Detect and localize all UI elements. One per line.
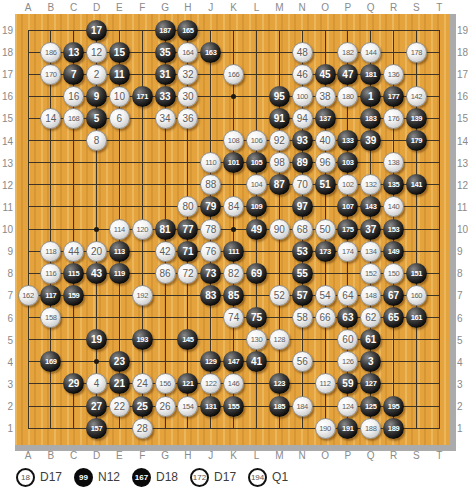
grid-line-vertical — [439, 30, 440, 428]
black-stone[interactable]: 115 — [63, 263, 84, 284]
move-number: 76 — [205, 246, 216, 257]
move-number: 33 — [160, 91, 171, 102]
row-label: 12 — [0, 179, 13, 192]
move-number: 77 — [182, 224, 193, 235]
black-stone[interactable]: 125 — [360, 396, 381, 417]
black-stone[interactable]: 69 — [246, 263, 267, 284]
black-stone[interactable]: 161 — [406, 307, 427, 328]
row-label: 5 — [457, 334, 468, 347]
white-stone[interactable]: 76 — [200, 241, 221, 262]
move-number: 131 — [205, 402, 217, 411]
caption-move-number: 167 — [135, 473, 148, 482]
white-stone[interactable]: 136 — [383, 64, 404, 85]
white-stone[interactable]: 48 — [292, 42, 313, 63]
black-stone[interactable]: 193 — [132, 329, 153, 350]
move-number: 13 — [68, 47, 79, 58]
move-number: 68 — [297, 224, 308, 235]
black-stone[interactable]: 175 — [337, 219, 358, 240]
row-label: 1 — [0, 422, 13, 435]
row-label: 3 — [457, 378, 468, 391]
column-label: F — [133, 1, 151, 14]
move-number: 42 — [160, 246, 171, 257]
move-number: 112 — [320, 379, 331, 388]
move-number: 108 — [228, 136, 240, 145]
black-stone[interactable]: 9 — [86, 86, 107, 107]
move-number: 129 — [205, 357, 217, 366]
black-stone[interactable]: 65 — [383, 307, 404, 328]
move-number: 82 — [228, 268, 239, 279]
move-number: 130 — [251, 335, 263, 344]
row-label: 9 — [0, 245, 13, 258]
move-number: 25 — [137, 401, 148, 412]
white-stone[interactable]: 166 — [223, 64, 244, 85]
white-stone[interactable]: 54 — [315, 285, 336, 306]
move-number: 79 — [205, 201, 216, 212]
white-stone[interactable]: 16 — [63, 86, 84, 107]
white-stone[interactable]: 114 — [109, 219, 130, 240]
column-label: C — [65, 449, 83, 462]
move-number: 94 — [297, 113, 308, 124]
move-number: 104 — [251, 180, 263, 189]
column-label: D — [88, 1, 106, 14]
white-stone[interactable]: 38 — [315, 86, 336, 107]
row-label: 11 — [457, 201, 468, 214]
black-stone[interactable]: 53 — [292, 241, 313, 262]
move-number: 59 — [342, 378, 353, 389]
white-stone[interactable]: 98 — [269, 152, 290, 173]
move-number: 97 — [297, 201, 308, 212]
white-stone[interactable]: 170 — [40, 64, 61, 85]
black-stone[interactable]: 15 — [109, 42, 130, 63]
white-stone[interactable]: 42 — [155, 241, 176, 262]
move-number: 192 — [136, 291, 148, 300]
move-number: 128 — [274, 335, 286, 344]
row-label: 14 — [0, 135, 13, 148]
white-stone[interactable]: 152 — [360, 263, 381, 284]
move-number: 41 — [251, 356, 262, 367]
white-stone[interactable]: 142 — [406, 86, 427, 107]
star-point — [231, 94, 236, 99]
move-number: 23 — [114, 356, 125, 367]
black-stone[interactable]: 55 — [292, 263, 313, 284]
white-stone[interactable]: 154 — [177, 396, 198, 417]
black-stone[interactable]: 43 — [86, 263, 107, 284]
column-label: G — [156, 449, 174, 462]
move-number: 31 — [160, 69, 171, 80]
move-number: 70 — [297, 179, 308, 190]
move-number: 109 — [251, 202, 263, 211]
black-stone[interactable]: 17 — [86, 20, 107, 41]
column-label: Q — [362, 1, 380, 14]
black-stone[interactable]: 75 — [246, 307, 267, 328]
black-stone[interactable]: 153 — [383, 219, 404, 240]
black-stone[interactable]: 93 — [292, 130, 313, 151]
black-stone[interactable]: 47 — [337, 64, 358, 85]
black-stone[interactable]: 37 — [360, 219, 381, 240]
black-stone[interactable]: 71 — [177, 241, 198, 262]
black-stone[interactable]: 113 — [109, 241, 130, 262]
white-stone[interactable]: 96 — [315, 152, 336, 173]
black-stone[interactable]: 151 — [406, 263, 427, 284]
black-stone[interactable]: 163 — [200, 42, 221, 63]
white-stone[interactable]: 66 — [315, 307, 336, 328]
black-stone[interactable]: 139 — [406, 108, 427, 129]
white-stone[interactable]: 92 — [269, 130, 290, 151]
white-stone[interactable]: 28 — [132, 418, 153, 439]
black-stone[interactable]: 57 — [292, 285, 313, 306]
black-stone[interactable]: 33 — [155, 86, 176, 107]
white-stone[interactable]: 160 — [406, 285, 427, 306]
black-stone[interactable]: 185 — [269, 396, 290, 417]
move-number: 142 — [411, 92, 423, 101]
move-number: 74 — [228, 312, 239, 323]
white-stone[interactable]: 46 — [292, 64, 313, 85]
black-stone[interactable]: 73 — [200, 263, 221, 284]
column-label: J — [202, 449, 220, 462]
move-number: 19 — [91, 334, 102, 345]
move-number: 176 — [388, 114, 400, 123]
move-number: 57 — [297, 290, 308, 301]
white-stone[interactable]: 150 — [383, 263, 404, 284]
move-number: 75 — [251, 312, 262, 323]
move-number: 137 — [319, 114, 331, 123]
move-number: 165 — [182, 26, 194, 35]
black-stone[interactable]: 81 — [155, 219, 176, 240]
caption-point-label: D17 — [40, 470, 62, 484]
white-stone[interactable]: 174 — [337, 241, 358, 262]
caption-white-stone: 194 — [248, 468, 267, 487]
move-number: 38 — [319, 91, 330, 102]
move-number: 88 — [205, 179, 216, 190]
column-label: M — [270, 1, 288, 14]
move-number: 173 — [319, 247, 331, 256]
column-label: A — [19, 449, 37, 462]
move-number: 151 — [411, 269, 423, 278]
move-number: 146 — [228, 379, 240, 388]
white-stone[interactable]: 44 — [63, 241, 84, 262]
column-label: B — [42, 449, 60, 462]
move-number: 92 — [274, 135, 285, 146]
move-number: 145 — [182, 335, 194, 344]
black-stone[interactable]: 165 — [177, 20, 198, 41]
black-stone[interactable]: 155 — [223, 396, 244, 417]
white-stone[interactable]: 144 — [360, 42, 381, 63]
row-label: 13 — [457, 157, 468, 170]
move-number: 29 — [68, 378, 79, 389]
move-number: 121 — [182, 379, 194, 388]
move-number: 193 — [136, 335, 148, 344]
caption-white-stone: 18 — [16, 468, 35, 487]
black-stone[interactable]: 195 — [383, 396, 404, 417]
column-label: R — [385, 1, 403, 14]
white-stone[interactable]: 94 — [292, 108, 313, 129]
move-number: 48 — [297, 47, 308, 58]
black-stone[interactable]: 119 — [109, 263, 130, 284]
column-label: S — [407, 1, 425, 14]
move-number: 189 — [388, 424, 400, 433]
row-label: 8 — [457, 267, 468, 280]
star-point — [94, 227, 99, 232]
caption-move-number: 99 — [79, 473, 88, 482]
move-number: 138 — [388, 158, 400, 167]
black-stone[interactable]: 179 — [406, 130, 427, 151]
move-number: 10 — [114, 91, 125, 102]
move-number: 78 — [205, 224, 216, 235]
column-label: Q — [362, 449, 380, 462]
move-number: 2 — [94, 69, 100, 80]
move-number: 9 — [94, 91, 100, 102]
white-stone[interactable]: 6 — [109, 108, 130, 129]
move-number: 95 — [274, 91, 285, 102]
caption-black-stone: 167 — [132, 468, 151, 487]
black-stone[interactable]: 13 — [63, 42, 84, 63]
white-stone[interactable]: 162 — [18, 285, 39, 306]
black-stone[interactable]: 95 — [269, 86, 290, 107]
black-stone[interactable]: 31 — [155, 64, 176, 85]
white-stone[interactable]: 176 — [383, 108, 404, 129]
move-number: 134 — [365, 247, 377, 256]
move-number: 140 — [388, 202, 400, 211]
white-stone[interactable]: 82 — [223, 263, 244, 284]
black-stone[interactable]: 11 — [109, 64, 130, 85]
column-label: J — [202, 1, 220, 14]
black-stone[interactable]: 5 — [86, 108, 107, 129]
caption-point-label: Q1 — [272, 470, 288, 484]
move-number: 96 — [319, 157, 330, 168]
row-label: 8 — [0, 267, 13, 280]
white-stone[interactable]: 34 — [155, 108, 176, 129]
black-stone[interactable]: 131 — [200, 396, 221, 417]
move-number: 157 — [91, 424, 103, 433]
move-number: 53 — [297, 246, 308, 257]
move-number: 16 — [68, 91, 79, 102]
move-number: 43 — [91, 268, 102, 279]
white-stone[interactable]: 56 — [292, 351, 313, 372]
column-label: T — [430, 1, 448, 14]
move-number: 169 — [45, 357, 57, 366]
column-label: L — [248, 449, 266, 462]
move-number: 106 — [251, 136, 263, 145]
move-number: 1 — [368, 91, 374, 102]
move-number: 47 — [342, 69, 353, 80]
column-label: K — [225, 1, 243, 14]
white-stone[interactable]: 58 — [292, 307, 313, 328]
move-number: 170 — [45, 70, 57, 79]
move-number: 125 — [365, 402, 377, 411]
move-number: 181 — [365, 70, 377, 79]
move-number: 80 — [182, 201, 193, 212]
move-number: 54 — [319, 290, 330, 301]
move-number: 3 — [368, 356, 374, 367]
black-stone[interactable]: 173 — [315, 241, 336, 262]
black-stone[interactable]: 49 — [246, 219, 267, 240]
black-stone[interactable]: 191 — [337, 418, 358, 439]
column-label: P — [339, 449, 357, 462]
move-number: 7 — [71, 69, 77, 80]
move-number: 50 — [319, 224, 330, 235]
column-label: L — [248, 1, 266, 14]
white-stone[interactable]: 134 — [360, 241, 381, 262]
move-number: 155 — [228, 402, 240, 411]
black-stone[interactable]: 89 — [292, 152, 313, 173]
move-number: 174 — [342, 247, 354, 256]
row-label: 2 — [0, 400, 13, 413]
white-stone[interactable]: 124 — [337, 396, 358, 417]
black-stone[interactable]: 157 — [86, 418, 107, 439]
white-stone[interactable]: 68 — [292, 219, 313, 240]
black-stone[interactable]: 97 — [292, 196, 313, 217]
black-stone[interactable]: 35 — [155, 42, 176, 63]
white-stone[interactable]: 178 — [406, 42, 427, 63]
move-number: 132 — [365, 180, 377, 189]
white-stone[interactable]: 86 — [155, 263, 176, 284]
move-number: 136 — [388, 70, 400, 79]
black-stone[interactable]: 159 — [63, 285, 84, 306]
white-stone[interactable]: 2 — [86, 64, 107, 85]
move-number: 51 — [319, 179, 330, 190]
black-stone[interactable]: 189 — [383, 418, 404, 439]
move-number: 93 — [297, 135, 308, 146]
white-stone[interactable]: 8 — [86, 130, 107, 151]
black-stone[interactable]: 181 — [360, 64, 381, 85]
black-stone[interactable]: 67 — [383, 285, 404, 306]
move-number: 111 — [228, 247, 239, 256]
black-stone[interactable]: 1 — [360, 86, 381, 107]
move-number: 73 — [205, 268, 216, 279]
move-number: 91 — [274, 113, 285, 124]
move-number: 116 — [45, 269, 56, 278]
move-number: 34 — [160, 113, 171, 124]
white-stone[interactable]: 186 — [40, 42, 61, 63]
white-stone[interactable]: 182 — [337, 42, 358, 63]
white-stone[interactable]: 100 — [292, 86, 313, 107]
white-stone[interactable]: 50 — [315, 219, 336, 240]
move-number: 171 — [136, 92, 148, 101]
white-stone[interactable]: 26 — [155, 396, 176, 417]
white-stone[interactable]: 70 — [292, 174, 313, 195]
column-label: N — [293, 449, 311, 462]
black-stone[interactable]: 85 — [223, 285, 244, 306]
white-stone[interactable]: 10 — [109, 86, 130, 107]
move-number: 191 — [342, 424, 354, 433]
move-number: 49 — [251, 224, 262, 235]
move-number: 178 — [411, 48, 423, 57]
move-number: 149 — [388, 247, 400, 256]
column-label: P — [339, 1, 357, 14]
white-stone[interactable]: 78 — [200, 219, 221, 240]
row-label: 13 — [0, 157, 13, 170]
move-number: 11 — [114, 69, 125, 80]
white-stone[interactable]: 190 — [315, 418, 336, 439]
black-stone[interactable]: 171 — [132, 86, 153, 107]
white-stone[interactable]: 156 — [155, 373, 176, 394]
move-number: 164 — [182, 48, 194, 57]
column-label: O — [316, 449, 334, 462]
row-label: 10 — [457, 223, 468, 236]
move-number: 8 — [94, 135, 100, 146]
white-stone[interactable]: 118 — [40, 241, 61, 262]
white-stone[interactable]: 106 — [246, 130, 267, 151]
white-stone[interactable]: 128 — [269, 329, 290, 350]
column-label: T — [430, 449, 448, 462]
move-number: 100 — [296, 92, 308, 101]
row-label: 3 — [0, 378, 13, 391]
move-number: 28 — [137, 423, 148, 434]
black-stone[interactable]: 7 — [63, 64, 84, 85]
caption-move-number: 172 — [193, 473, 206, 482]
white-stone[interactable]: 112 — [315, 373, 336, 394]
move-number: 27 — [91, 401, 102, 412]
move-number: 154 — [182, 402, 194, 411]
black-stone[interactable]: 111 — [223, 241, 244, 262]
move-number: 30 — [182, 91, 193, 102]
move-number: 148 — [365, 291, 377, 300]
move-number: 166 — [228, 70, 240, 79]
move-number: 187 — [159, 26, 171, 35]
black-stone[interactable]: 27 — [86, 396, 107, 417]
move-number: 15 — [114, 47, 125, 58]
black-stone[interactable]: 149 — [383, 241, 404, 262]
black-stone[interactable]: 25 — [132, 396, 153, 417]
column-label: H — [179, 449, 197, 462]
black-stone[interactable]: 77 — [177, 219, 198, 240]
move-number: 66 — [319, 312, 330, 323]
move-number: 175 — [342, 225, 354, 234]
white-stone[interactable]: 184 — [292, 396, 313, 417]
white-stone[interactable]: 52 — [269, 285, 290, 306]
black-stone[interactable]: 91 — [269, 108, 290, 129]
move-number: 158 — [45, 313, 57, 322]
row-label: 19 — [0, 24, 13, 37]
black-stone[interactable]: 177 — [383, 86, 404, 107]
black-stone[interactable]: 51 — [315, 174, 336, 195]
white-stone[interactable]: 12 — [86, 42, 107, 63]
column-label: S — [407, 449, 425, 462]
move-number: 105 — [251, 158, 263, 167]
move-number: 37 — [365, 224, 376, 235]
white-stone[interactable]: 120 — [132, 219, 153, 240]
move-number: 153 — [388, 225, 400, 234]
white-stone[interactable]: 20 — [86, 241, 107, 262]
white-stone[interactable]: 188 — [360, 418, 381, 439]
column-label: C — [65, 1, 83, 14]
white-stone[interactable]: 22 — [109, 396, 130, 417]
white-stone[interactable]: 168 — [63, 108, 84, 129]
white-stone[interactable]: 40 — [315, 130, 336, 151]
caption-point-label: D17 — [214, 470, 236, 484]
move-number: 161 — [411, 313, 423, 322]
move-number: 40 — [319, 135, 330, 146]
move-number: 168 — [68, 114, 80, 123]
white-stone[interactable]: 90 — [269, 219, 290, 240]
move-number: 17 — [91, 25, 102, 36]
black-stone[interactable]: 187 — [155, 20, 176, 41]
row-label: 7 — [0, 289, 13, 302]
white-stone[interactable]: 164 — [177, 42, 198, 63]
move-number: 67 — [388, 290, 399, 301]
move-number: 89 — [297, 157, 308, 168]
white-stone[interactable]: 192 — [132, 285, 153, 306]
caption-point-label: N12 — [98, 470, 120, 484]
move-number: 163 — [205, 48, 217, 57]
column-label: E — [110, 1, 128, 14]
move-number: 122 — [205, 379, 217, 388]
move-number: 62 — [365, 312, 376, 323]
black-stone[interactable]: 45 — [315, 64, 336, 85]
black-stone[interactable]: 137 — [315, 108, 336, 129]
caption: 18D1799N12167D18172D17194Q1 — [16, 465, 295, 489]
move-number: 143 — [365, 202, 377, 211]
